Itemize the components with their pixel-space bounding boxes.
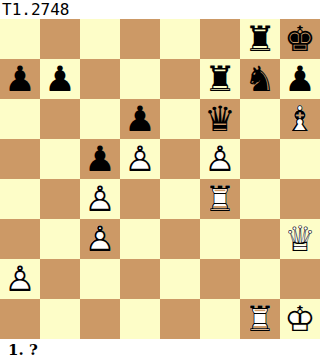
square-b6[interactable] xyxy=(40,99,80,139)
square-h8[interactable]: ♚ xyxy=(280,19,320,59)
square-f4[interactable]: ♜♖ xyxy=(200,179,240,219)
square-e8[interactable] xyxy=(160,19,200,59)
piece-white-pawn[interactable]: ♟♙ xyxy=(0,259,40,299)
piece-black-pawn[interactable]: ♟ xyxy=(80,139,120,179)
square-c8[interactable] xyxy=(80,19,120,59)
square-b2[interactable] xyxy=(40,259,80,299)
square-g2[interactable] xyxy=(240,259,280,299)
square-d7[interactable] xyxy=(120,59,160,99)
puzzle-title: T1.2748 xyxy=(0,0,320,19)
square-g7[interactable]: ♞ xyxy=(240,59,280,99)
move-prompt-bar: 1. ? xyxy=(0,339,320,360)
piece-white-bishop[interactable]: ♝♗ xyxy=(280,99,320,139)
piece-white-rook[interactable]: ♜♖ xyxy=(200,179,240,219)
piece-white-rook[interactable]: ♜♖ xyxy=(240,299,280,339)
square-f6[interactable]: ♛ xyxy=(200,99,240,139)
square-f1[interactable] xyxy=(200,299,240,339)
puzzle-id: T1.2748 xyxy=(2,0,69,19)
square-h7[interactable]: ♟ xyxy=(280,59,320,99)
square-e4[interactable] xyxy=(160,179,200,219)
piece-white-king[interactable]: ♚♔ xyxy=(280,299,320,339)
square-d6[interactable]: ♟ xyxy=(120,99,160,139)
square-d3[interactable] xyxy=(120,219,160,259)
square-c2[interactable] xyxy=(80,259,120,299)
square-e7[interactable] xyxy=(160,59,200,99)
square-g6[interactable] xyxy=(240,99,280,139)
square-a2[interactable]: ♟♙ xyxy=(0,259,40,299)
square-e5[interactable] xyxy=(160,139,200,179)
square-b7[interactable]: ♟ xyxy=(40,59,80,99)
square-f8[interactable] xyxy=(200,19,240,59)
square-h2[interactable] xyxy=(280,259,320,299)
piece-white-pawn[interactable]: ♟♙ xyxy=(120,139,160,179)
square-e1[interactable] xyxy=(160,299,200,339)
piece-white-pawn[interactable]: ♟♙ xyxy=(200,139,240,179)
piece-white-queen[interactable]: ♛♕ xyxy=(280,219,320,259)
square-e3[interactable] xyxy=(160,219,200,259)
square-c1[interactable] xyxy=(80,299,120,339)
square-a7[interactable]: ♟ xyxy=(0,59,40,99)
square-a5[interactable] xyxy=(0,139,40,179)
square-g1[interactable]: ♜♖ xyxy=(240,299,280,339)
square-h1[interactable]: ♚♔ xyxy=(280,299,320,339)
square-g5[interactable] xyxy=(240,139,280,179)
piece-black-rook[interactable]: ♜ xyxy=(200,59,240,99)
square-a8[interactable] xyxy=(0,19,40,59)
square-c4[interactable]: ♟♙ xyxy=(80,179,120,219)
square-h5[interactable] xyxy=(280,139,320,179)
square-f5[interactable]: ♟♙ xyxy=(200,139,240,179)
chess-puzzle-app: T1.2748 ♜♚♟♟♜♞♟♟♛♝♗♟♟♙♟♙♟♙♜♖♟♙♛♕♟♙♜♖♚♔ 1… xyxy=(0,0,320,360)
square-d5[interactable]: ♟♙ xyxy=(120,139,160,179)
square-e2[interactable] xyxy=(160,259,200,299)
square-c6[interactable] xyxy=(80,99,120,139)
piece-black-pawn[interactable]: ♟ xyxy=(0,59,40,99)
square-d1[interactable] xyxy=(120,299,160,339)
piece-black-queen[interactable]: ♛ xyxy=(200,99,240,139)
piece-black-pawn[interactable]: ♟ xyxy=(120,99,160,139)
piece-white-pawn[interactable]: ♟♙ xyxy=(80,179,120,219)
piece-white-pawn[interactable]: ♟♙ xyxy=(80,219,120,259)
piece-black-pawn[interactable]: ♟ xyxy=(40,59,80,99)
square-f3[interactable] xyxy=(200,219,240,259)
square-g8[interactable]: ♜ xyxy=(240,19,280,59)
piece-black-knight[interactable]: ♞ xyxy=(240,59,280,99)
square-c7[interactable] xyxy=(80,59,120,99)
piece-black-king[interactable]: ♚ xyxy=(280,19,320,59)
square-h4[interactable] xyxy=(280,179,320,219)
square-g4[interactable] xyxy=(240,179,280,219)
piece-black-rook[interactable]: ♜ xyxy=(240,19,280,59)
square-a3[interactable] xyxy=(0,219,40,259)
square-a4[interactable] xyxy=(0,179,40,219)
square-b4[interactable] xyxy=(40,179,80,219)
square-a1[interactable] xyxy=(0,299,40,339)
square-d4[interactable] xyxy=(120,179,160,219)
square-h6[interactable]: ♝♗ xyxy=(280,99,320,139)
square-b8[interactable] xyxy=(40,19,80,59)
square-b3[interactable] xyxy=(40,219,80,259)
piece-black-pawn[interactable]: ♟ xyxy=(280,59,320,99)
square-c3[interactable]: ♟♙ xyxy=(80,219,120,259)
square-c5[interactable]: ♟ xyxy=(80,139,120,179)
square-b1[interactable] xyxy=(40,299,80,339)
move-prompt: 1. ? xyxy=(8,341,38,359)
square-a6[interactable] xyxy=(0,99,40,139)
square-f7[interactable]: ♜ xyxy=(200,59,240,99)
square-d2[interactable] xyxy=(120,259,160,299)
square-d8[interactable] xyxy=(120,19,160,59)
chess-board: ♜♚♟♟♜♞♟♟♛♝♗♟♟♙♟♙♟♙♜♖♟♙♛♕♟♙♜♖♚♔ xyxy=(0,19,320,339)
square-f2[interactable] xyxy=(200,259,240,299)
square-h3[interactable]: ♛♕ xyxy=(280,219,320,259)
square-b5[interactable] xyxy=(40,139,80,179)
square-g3[interactable] xyxy=(240,219,280,259)
square-e6[interactable] xyxy=(160,99,200,139)
